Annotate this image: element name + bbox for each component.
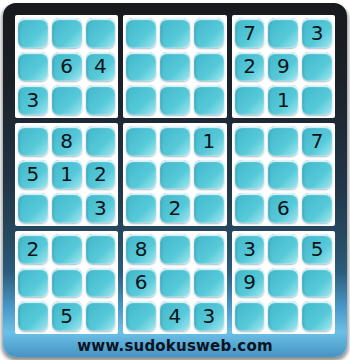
- box-3-1: 25: [15, 231, 118, 334]
- cell-r4c8[interactable]: [268, 126, 298, 156]
- cell-r6c3[interactable]: 3: [86, 193, 116, 223]
- box-1-2: [123, 15, 226, 118]
- cell-r7c2[interactable]: [52, 234, 82, 264]
- cell-r9c3[interactable]: [86, 301, 116, 331]
- cell-r5c2[interactable]: 1: [52, 160, 82, 190]
- cell-r1c4[interactable]: [126, 18, 156, 48]
- cell-r2c2[interactable]: 6: [52, 52, 82, 82]
- footer: www.sudokusweb.com: [3, 334, 347, 357]
- cell-r6c2[interactable]: [52, 193, 82, 223]
- cell-r7c8[interactable]: [268, 234, 298, 264]
- cell-r9c1[interactable]: [18, 301, 48, 331]
- cell-r5c6[interactable]: [194, 160, 224, 190]
- cell-r6c7[interactable]: [235, 193, 265, 223]
- cell-r8c6[interactable]: [194, 268, 224, 298]
- cell-r3c1[interactable]: 3: [18, 85, 48, 115]
- cell-r9c6[interactable]: 3: [194, 301, 224, 331]
- cell-r4c4[interactable]: [126, 126, 156, 156]
- cell-r3c7[interactable]: [235, 85, 265, 115]
- cell-r3c9[interactable]: [302, 85, 332, 115]
- cell-r3c4[interactable]: [126, 85, 156, 115]
- cell-r8c8[interactable]: [268, 268, 298, 298]
- cell-r2c1[interactable]: [18, 52, 48, 82]
- cell-r3c3[interactable]: [86, 85, 116, 115]
- cell-r8c2[interactable]: [52, 268, 82, 298]
- cell-r5c7[interactable]: [235, 160, 265, 190]
- cell-r8c9[interactable]: [302, 268, 332, 298]
- cell-r8c5[interactable]: [160, 268, 190, 298]
- cell-r4c5[interactable]: [160, 126, 190, 156]
- cell-r2c7[interactable]: 2: [235, 52, 265, 82]
- cell-r6c1[interactable]: [18, 193, 48, 223]
- cell-r3c8[interactable]: 1: [268, 85, 298, 115]
- cell-r4c2[interactable]: 8: [52, 126, 82, 156]
- cell-r5c5[interactable]: [160, 160, 190, 190]
- cell-r7c4[interactable]: 8: [126, 234, 156, 264]
- cell-r5c3[interactable]: 2: [86, 160, 116, 190]
- cell-r1c6[interactable]: [194, 18, 224, 48]
- cell-r3c5[interactable]: [160, 85, 190, 115]
- cell-r8c7[interactable]: 9: [235, 268, 265, 298]
- site-url: www.sudokusweb.com: [77, 337, 272, 355]
- box-2-2: 12: [123, 123, 226, 226]
- cell-r9c5[interactable]: 4: [160, 301, 190, 331]
- cell-r4c9[interactable]: 7: [302, 126, 332, 156]
- cell-r4c3[interactable]: [86, 126, 116, 156]
- box-1-1: 643: [15, 15, 118, 118]
- cell-r7c6[interactable]: [194, 234, 224, 264]
- cell-r9c4[interactable]: [126, 301, 156, 331]
- cell-r1c1[interactable]: [18, 18, 48, 48]
- box-1-3: 73291: [232, 15, 335, 118]
- cell-r2c8[interactable]: 9: [268, 52, 298, 82]
- cell-r7c5[interactable]: [160, 234, 190, 264]
- cell-r1c7[interactable]: 7: [235, 18, 265, 48]
- cell-r2c5[interactable]: [160, 52, 190, 82]
- cell-r2c9[interactable]: [302, 52, 332, 82]
- cell-r4c1[interactable]: [18, 126, 48, 156]
- cell-r2c6[interactable]: [194, 52, 224, 82]
- cell-r9c7[interactable]: [235, 301, 265, 331]
- cell-r4c6[interactable]: 1: [194, 126, 224, 156]
- cell-r7c9[interactable]: 5: [302, 234, 332, 264]
- cell-r9c8[interactable]: [268, 301, 298, 331]
- cell-r5c4[interactable]: [126, 160, 156, 190]
- box-3-2: 8643: [123, 231, 226, 334]
- cell-r8c3[interactable]: [86, 268, 116, 298]
- sudoku-board: 64373291851231276258643359 www.sudokuswe…: [3, 3, 347, 357]
- cell-r5c1[interactable]: 5: [18, 160, 48, 190]
- cell-r4c7[interactable]: [235, 126, 265, 156]
- cell-r6c5[interactable]: 2: [160, 193, 190, 223]
- cell-r2c4[interactable]: [126, 52, 156, 82]
- cell-r7c1[interactable]: 2: [18, 234, 48, 264]
- cell-r1c8[interactable]: [268, 18, 298, 48]
- box-2-1: 85123: [15, 123, 118, 226]
- cell-r5c8[interactable]: [268, 160, 298, 190]
- cell-r1c3[interactable]: [86, 18, 116, 48]
- box-3-3: 359: [232, 231, 335, 334]
- cell-r7c7[interactable]: 3: [235, 234, 265, 264]
- cell-r1c5[interactable]: [160, 18, 190, 48]
- cell-r6c8[interactable]: 6: [268, 193, 298, 223]
- cell-r3c6[interactable]: [194, 85, 224, 115]
- cell-r9c2[interactable]: 5: [52, 301, 82, 331]
- cell-r5c9[interactable]: [302, 160, 332, 190]
- cell-r1c2[interactable]: [52, 18, 82, 48]
- cell-r6c6[interactable]: [194, 193, 224, 223]
- cell-r8c1[interactable]: [18, 268, 48, 298]
- cell-r6c9[interactable]: [302, 193, 332, 223]
- cell-r6c4[interactable]: [126, 193, 156, 223]
- cell-r3c2[interactable]: [52, 85, 82, 115]
- cell-r7c3[interactable]: [86, 234, 116, 264]
- cell-r2c3[interactable]: 4: [86, 52, 116, 82]
- sudoku-board-grid: 64373291851231276258643359: [15, 15, 335, 334]
- cell-r1c9[interactable]: 3: [302, 18, 332, 48]
- cell-r9c9[interactable]: [302, 301, 332, 331]
- cell-r8c4[interactable]: 6: [126, 268, 156, 298]
- box-2-3: 76: [232, 123, 335, 226]
